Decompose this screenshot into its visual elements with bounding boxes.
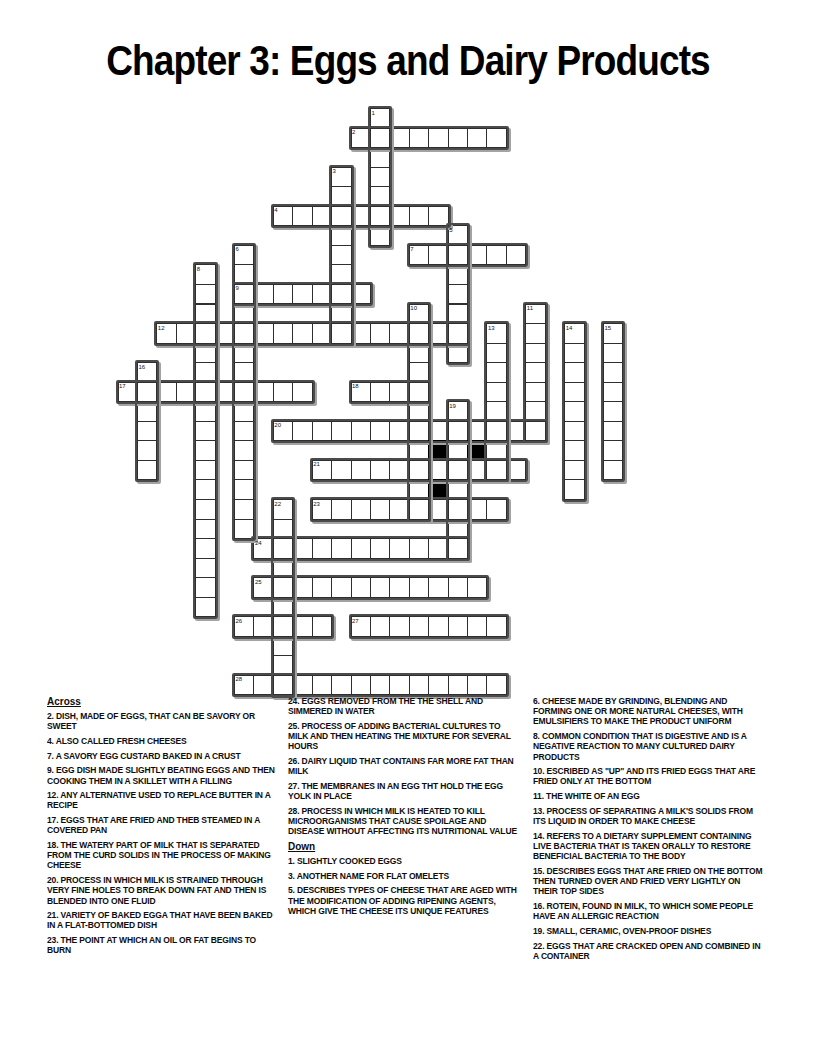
- grid-cell[interactable]: [370, 323, 390, 344]
- grid-cell[interactable]: [312, 284, 332, 305]
- grid-cell[interactable]: [448, 479, 468, 500]
- grid-cell[interactable]: [234, 519, 254, 540]
- grid-cell[interactable]: [351, 382, 371, 403]
- clue: 17. EGGS THAT ARE FRIED AND THEB STEAMED…: [47, 815, 280, 835]
- grid-cell[interactable]: [234, 362, 254, 383]
- grid-cell[interactable]: [351, 616, 371, 637]
- grid-cell[interactable]: [370, 128, 390, 149]
- grid-cell[interactable]: [428, 323, 448, 344]
- clue: 4. ALSO CALLED FRESH CHEESES: [47, 736, 280, 746]
- grid-cell[interactable]: [312, 577, 332, 598]
- grid-cell[interactable]: [409, 323, 429, 344]
- grid-cell[interactable]: [312, 499, 332, 520]
- grid-cell[interactable]: [273, 206, 293, 227]
- clue: 28. PROCESS IN WHICH MILK IS HEATED TO K…: [288, 806, 521, 837]
- grid-cell[interactable]: [234, 245, 254, 266]
- grid-cell[interactable]: [195, 440, 215, 461]
- grid-cell[interactable]: [525, 421, 545, 442]
- grid-cell[interactable]: [351, 206, 371, 227]
- grid-cell[interactable]: [273, 577, 293, 598]
- grid-cell[interactable]: [331, 245, 351, 266]
- grid-cell[interactable]: [370, 167, 390, 188]
- grid-cell[interactable]: [331, 225, 351, 246]
- grid-cell[interactable]: [603, 343, 623, 364]
- grid-cell[interactable]: [409, 304, 429, 325]
- grid-cell[interactable]: [273, 675, 293, 696]
- across-header: Across: [47, 696, 280, 707]
- grid-cell[interactable]: [156, 323, 176, 344]
- grid-cell[interactable]: [195, 538, 215, 559]
- grid-cell[interactable]: [448, 460, 468, 481]
- clue: 19. SMALL, CERAMIC, OVEN-PROOF DISHES: [533, 926, 763, 936]
- crossword-board: 2479121718202123242526272813568101113141…: [0, 0, 816, 716]
- black-cell: [428, 479, 448, 500]
- grid-cell[interactable]: [195, 362, 215, 383]
- grid-cell[interactable]: [253, 323, 273, 344]
- middle-clue-column: 24. EGGS REMOVED FROM THE THE SHELL AND …: [288, 696, 521, 920]
- grid-cell[interactable]: [292, 616, 312, 637]
- grid-cell[interactable]: [273, 519, 293, 540]
- grid-cell[interactable]: [331, 675, 351, 696]
- grid-cell[interactable]: [195, 519, 215, 540]
- clue: 21. VARIETY OF BAKED EGGA THAT HAVE BEEN…: [47, 910, 280, 930]
- grid-cell[interactable]: [331, 206, 351, 227]
- clue: 5. DESCRIBES TYPES OF CHEESE THAT ARE AG…: [288, 885, 521, 916]
- grid-cell[interactable]: [215, 382, 235, 403]
- grid-cell[interactable]: [409, 343, 429, 364]
- grid-cell[interactable]: [137, 401, 157, 422]
- grid-cell[interactable]: [486, 382, 506, 403]
- clue: 27. THE MEMBRANES IN AN EGG THT HOLD THE…: [288, 781, 521, 801]
- grid-cell[interactable]: [292, 675, 312, 696]
- grid-cell[interactable]: [195, 460, 215, 481]
- grid-cell[interactable]: [195, 401, 215, 422]
- grid-cell[interactable]: [292, 382, 312, 403]
- clue: 7. A SAVORY EGG CUSTARD BAKED IN A CRUST: [47, 751, 280, 761]
- grid-cell[interactable]: [273, 323, 293, 344]
- grid-cell[interactable]: [195, 304, 215, 325]
- grid-cell[interactable]: [486, 440, 506, 461]
- grid-cell[interactable]: [448, 675, 468, 696]
- grid-cell[interactable]: [564, 460, 584, 481]
- grid-cell[interactable]: [273, 382, 293, 403]
- grid-cell[interactable]: [253, 284, 273, 305]
- grid-cell[interactable]: [389, 382, 409, 403]
- grid-cell[interactable]: [234, 382, 254, 403]
- grid-cell[interactable]: [448, 616, 468, 637]
- grid-cell[interactable]: [370, 577, 390, 598]
- grid-cell[interactable]: [273, 636, 293, 657]
- grid-cell[interactable]: [234, 440, 254, 461]
- grid-cell[interactable]: [428, 245, 448, 266]
- grid-cell[interactable]: [292, 284, 312, 305]
- grid-cell[interactable]: [234, 675, 254, 696]
- grid-cell[interactable]: [409, 245, 429, 266]
- grid-cell[interactable]: [428, 616, 448, 637]
- clue: 2. DISH, MADE OF EGGS, THAT CAN BE SAVOR…: [47, 711, 280, 731]
- grid-cell[interactable]: [409, 206, 429, 227]
- grid-cell[interactable]: [195, 264, 215, 285]
- grid-cell[interactable]: [176, 382, 196, 403]
- grid-cell[interactable]: [603, 323, 623, 344]
- grid-cell[interactable]: [564, 343, 584, 364]
- grid-cell[interactable]: [486, 323, 506, 344]
- grid-cell[interactable]: [525, 362, 545, 383]
- grid-cell[interactable]: [389, 206, 409, 227]
- grid-cell[interactable]: [448, 440, 468, 461]
- grid-cell[interactable]: [312, 675, 332, 696]
- grid-cell[interactable]: [389, 538, 409, 559]
- grid-cell[interactable]: [428, 538, 448, 559]
- grid-cell[interactable]: [409, 362, 429, 383]
- clue: 3. ANOTHER NAME FOR FLAT OMELETS: [288, 871, 521, 881]
- grid-cell[interactable]: [428, 675, 448, 696]
- grid-cell[interactable]: [409, 499, 429, 520]
- grid-cell[interactable]: [292, 206, 312, 227]
- grid-cell[interactable]: [273, 655, 293, 676]
- grid-cell[interactable]: [312, 616, 332, 637]
- grid-cell[interactable]: [486, 616, 506, 637]
- clue: 8. COMMON CONDITION THAT IS DIGESTIVE AN…: [533, 731, 763, 762]
- grid-cell[interactable]: [603, 382, 623, 403]
- clue: 11. THE WHITE OF AN EGG: [533, 791, 763, 801]
- grid-cell[interactable]: [467, 616, 487, 637]
- grid-cell[interactable]: [564, 479, 584, 500]
- grid-cell[interactable]: [331, 186, 351, 207]
- grid-cell[interactable]: [253, 538, 273, 559]
- grid-cell[interactable]: [234, 264, 254, 285]
- grid-cell[interactable]: [448, 499, 468, 520]
- grid-cell[interactable]: [428, 206, 448, 227]
- grid-cell[interactable]: [467, 577, 487, 598]
- grid-cell[interactable]: [409, 460, 429, 481]
- clue: 6. CHEESE MADE BY GRINDING, BLENDING AND…: [533, 696, 763, 727]
- grid-cell[interactable]: [448, 323, 468, 344]
- grid-cell[interactable]: [312, 421, 332, 442]
- grid-cell[interactable]: [331, 538, 351, 559]
- clue: 9. EGG DISH MADE SLIGHTLY BEATING EGGS A…: [47, 765, 280, 785]
- grid-cell[interactable]: [253, 382, 273, 403]
- grid-cell[interactable]: [506, 245, 526, 266]
- down-header: Down: [288, 841, 521, 852]
- clue: 1. SLIGHTLY COOKED EGGS: [288, 856, 521, 866]
- grid-cell[interactable]: [331, 499, 351, 520]
- grid-cell[interactable]: [409, 479, 429, 500]
- grid-cell[interactable]: [506, 460, 526, 481]
- grid-cell[interactable]: [370, 382, 390, 403]
- grid-cell[interactable]: [137, 421, 157, 442]
- grid-cell[interactable]: [312, 206, 332, 227]
- grid-cell[interactable]: [234, 304, 254, 325]
- clue: 23. THE POINT AT WHICH AN OIL OR FAT BEG…: [47, 935, 280, 955]
- grid-cell[interactable]: [564, 382, 584, 403]
- grid-cell[interactable]: [234, 401, 254, 422]
- grid-cell[interactable]: [312, 538, 332, 559]
- grid-cell[interactable]: [389, 460, 409, 481]
- grid-cell[interactable]: [564, 362, 584, 383]
- grid-cell[interactable]: [331, 264, 351, 285]
- grid-cell[interactable]: [448, 264, 468, 285]
- grid-cell[interactable]: [448, 519, 468, 540]
- grid-cell[interactable]: [137, 460, 157, 481]
- clue: 13. PROCESS OF SEPARATING A MILK'S SOLID…: [533, 806, 763, 826]
- grid-cell[interactable]: [234, 284, 254, 305]
- grid-cell[interactable]: [370, 421, 390, 442]
- clue: 12. ANY ALTERNATIVE USED TO REPLACE BUTT…: [47, 790, 280, 810]
- grid-cell[interactable]: [409, 128, 429, 149]
- clue: 10. ESCRIBED AS "UP" AND ITS FRIED EGGS …: [533, 766, 763, 786]
- across-clue-column: Across 2. DISH, MADE OF EGGS, THAT CAN B…: [47, 696, 280, 960]
- grid-cell[interactable]: [467, 675, 487, 696]
- grid-cell[interactable]: [195, 421, 215, 442]
- grid-cell[interactable]: [389, 577, 409, 598]
- grid-cell[interactable]: [234, 343, 254, 364]
- grid-cell[interactable]: [370, 538, 390, 559]
- grid-cell[interactable]: [137, 382, 157, 403]
- grid-cell[interactable]: [409, 577, 429, 598]
- grid-cell[interactable]: [273, 616, 293, 637]
- grid-cell[interactable]: [331, 421, 351, 442]
- grid-cell[interactable]: [409, 421, 429, 442]
- grid-cell[interactable]: [370, 225, 390, 246]
- grid-cell[interactable]: [603, 460, 623, 481]
- grid-cell[interactable]: [448, 577, 468, 598]
- grid-cell[interactable]: [137, 440, 157, 461]
- grid-cell[interactable]: [273, 499, 293, 520]
- grid-cell[interactable]: [351, 460, 371, 481]
- grid-cell[interactable]: [195, 558, 215, 579]
- grid-cell[interactable]: [351, 538, 371, 559]
- grid-cell[interactable]: [409, 538, 429, 559]
- grid-cell[interactable]: [215, 323, 235, 344]
- grid-cell[interactable]: [292, 421, 312, 442]
- clue: 20. PROCESS IN WHICH MILK IS STRAINED TH…: [47, 875, 280, 906]
- grid-cell[interactable]: [195, 284, 215, 305]
- grid-cell[interactable]: [195, 597, 215, 618]
- clue: 18. THE WATERY PART OF MILK THAT IS SEPA…: [47, 840, 280, 871]
- grid-cell[interactable]: [389, 323, 409, 344]
- grid-cell[interactable]: [486, 401, 506, 422]
- grid-cell[interactable]: [486, 128, 506, 149]
- grid-cell[interactable]: [486, 675, 506, 696]
- grid-cell[interactable]: [448, 421, 468, 442]
- grid-cell[interactable]: [603, 440, 623, 461]
- grid-cell[interactable]: [331, 167, 351, 188]
- grid-cell[interactable]: [351, 323, 371, 344]
- grid-cell[interactable]: [389, 675, 409, 696]
- grid-cell[interactable]: [389, 128, 409, 149]
- grid-cell[interactable]: [370, 186, 390, 207]
- grid-cell[interactable]: [273, 421, 293, 442]
- grid-cell[interactable]: [331, 304, 351, 325]
- grid-cell[interactable]: [448, 245, 468, 266]
- grid-cell[interactable]: [428, 128, 448, 149]
- grid-cell[interactable]: [467, 460, 487, 481]
- grid-cell[interactable]: [525, 382, 545, 403]
- grid-cell[interactable]: [525, 323, 545, 344]
- grid-cell[interactable]: [428, 460, 448, 481]
- grid-cell[interactable]: [234, 460, 254, 481]
- grid-cell[interactable]: [234, 499, 254, 520]
- grid-cell[interactable]: [351, 675, 371, 696]
- grid-cell[interactable]: [273, 538, 293, 559]
- grid-cell[interactable]: [195, 343, 215, 364]
- clue: 25. PROCESS OF ADDING BACTERIAL CULTURES…: [288, 721, 521, 752]
- grid-cell[interactable]: [195, 577, 215, 598]
- grid-cell[interactable]: [156, 382, 176, 403]
- grid-cell[interactable]: [370, 675, 390, 696]
- grid-cell[interactable]: [234, 421, 254, 442]
- clue: 26. DAIRY LIQUID THAT CONTAINS FAR MORE …: [288, 756, 521, 776]
- clue: 15. DESCRIBES EGGS THAT ARE FRIED ON THE…: [533, 866, 763, 897]
- grid-cell[interactable]: [351, 499, 371, 520]
- grid-cell[interactable]: [137, 362, 157, 383]
- grid-cell[interactable]: [331, 460, 351, 481]
- grid-cell[interactable]: [370, 616, 390, 637]
- grid-cell[interactable]: [292, 538, 312, 559]
- grid-cell[interactable]: [428, 499, 448, 520]
- black-cell: [428, 440, 448, 461]
- grid-cell[interactable]: [564, 421, 584, 442]
- grid-cell[interactable]: [273, 597, 293, 618]
- grid-cell[interactable]: [564, 440, 584, 461]
- clue: 24. EGGS REMOVED FROM THE THE SHELL AND …: [288, 696, 521, 716]
- grid-cell[interactable]: [370, 460, 390, 481]
- grid-cell[interactable]: [486, 460, 506, 481]
- grid-cell[interactable]: [389, 616, 409, 637]
- grid-cell[interactable]: [176, 323, 196, 344]
- grid-cell[interactable]: [525, 343, 545, 364]
- grid-cell[interactable]: [486, 421, 506, 442]
- grid-cell[interactable]: [564, 323, 584, 344]
- grid-cell[interactable]: [234, 616, 254, 637]
- grid-cell[interactable]: [564, 401, 584, 422]
- grid-cell[interactable]: [467, 421, 487, 442]
- grid-cell[interactable]: [603, 362, 623, 383]
- grid-cell[interactable]: [603, 421, 623, 442]
- grid-cell[interactable]: [467, 128, 487, 149]
- grid-cell[interactable]: [273, 558, 293, 579]
- grid-cell[interactable]: [351, 284, 371, 305]
- grid-cell[interactable]: [118, 382, 138, 403]
- grid-cell[interactable]: [273, 284, 293, 305]
- grid-cell[interactable]: [234, 323, 254, 344]
- down-clue-column: 6. CHEESE MADE BY GRINDING, BLENDING AND…: [533, 696, 763, 965]
- grid-cell[interactable]: [331, 577, 351, 598]
- black-cell: [467, 440, 487, 461]
- grid-cell[interactable]: [389, 421, 409, 442]
- grid-cell[interactable]: [351, 421, 371, 442]
- grid-cell[interactable]: [370, 147, 390, 168]
- grid-cell[interactable]: [253, 616, 273, 637]
- clue: 14. REFERS TO A DIETARY SUPPLEMENT CONTA…: [533, 831, 763, 862]
- grid-cell[interactable]: [195, 479, 215, 500]
- grid-cell[interactable]: [448, 538, 468, 559]
- grid-cell[interactable]: [409, 401, 429, 422]
- grid-cell[interactable]: [253, 577, 273, 598]
- grid-cell[interactable]: [409, 440, 429, 461]
- grid-cell[interactable]: [409, 616, 429, 637]
- grid-cell[interactable]: [467, 245, 487, 266]
- grid-cell[interactable]: [603, 401, 623, 422]
- grid-cell[interactable]: [195, 382, 215, 403]
- grid-cell[interactable]: [448, 128, 468, 149]
- grid-cell[interactable]: [195, 499, 215, 520]
- grid-cell[interactable]: [486, 499, 506, 520]
- grid-cell[interactable]: [409, 382, 429, 403]
- grid-cell[interactable]: [467, 499, 487, 520]
- grid-cell[interactable]: [312, 323, 332, 344]
- grid-cell[interactable]: [370, 499, 390, 520]
- grid-cell[interactable]: [331, 323, 351, 344]
- grid-cell[interactable]: [331, 284, 351, 305]
- grid-cell[interactable]: [370, 206, 390, 227]
- clue: 16. ROTEIN, FOUND IN MILK, TO WHICH SOME…: [533, 901, 763, 921]
- grid-cell[interactable]: [370, 108, 390, 129]
- grid-cell[interactable]: [409, 675, 429, 696]
- grid-cell[interactable]: [486, 245, 506, 266]
- grid-cell[interactable]: [506, 421, 526, 442]
- grid-cell[interactable]: [448, 401, 468, 422]
- grid-cell[interactable]: [351, 577, 371, 598]
- grid-cell[interactable]: [448, 343, 468, 364]
- grid-cell[interactable]: [486, 362, 506, 383]
- grid-cell[interactable]: [351, 128, 371, 149]
- grid-cell[interactable]: [525, 401, 545, 422]
- grid-cell[interactable]: [448, 304, 468, 325]
- grid-cell[interactable]: [253, 675, 273, 696]
- grid-cell[interactable]: [389, 499, 409, 520]
- clue: 22. EGGS THAT ARE CRACKED OPEN AND COMBI…: [533, 941, 763, 961]
- grid-cell[interactable]: [428, 577, 448, 598]
- grid-cell[interactable]: [292, 323, 312, 344]
- grid-cell[interactable]: [234, 479, 254, 500]
- grid-cell[interactable]: [292, 577, 312, 598]
- grid-cell[interactable]: [312, 460, 332, 481]
- grid-cell[interactable]: [195, 323, 215, 344]
- grid-cell[interactable]: [525, 304, 545, 325]
- grid-cell[interactable]: [448, 284, 468, 305]
- grid-cell[interactable]: [428, 421, 448, 442]
- grid-cell[interactable]: [486, 343, 506, 364]
- grid-cell[interactable]: [448, 225, 468, 246]
